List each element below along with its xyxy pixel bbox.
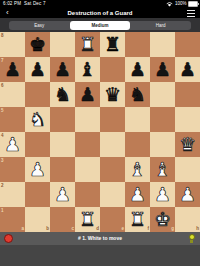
file-label-c: c (71, 226, 74, 231)
piece-black-pawn[interactable]: ♟ (175, 57, 200, 82)
square-d3[interactable] (75, 157, 100, 182)
square-e1[interactable]: e (100, 207, 125, 232)
square-d2[interactable] (75, 182, 100, 207)
square-c8[interactable] (50, 32, 75, 57)
square-b6[interactable] (25, 82, 50, 107)
piece-white-bishop[interactable]: ♝ (125, 157, 150, 182)
square-f7[interactable]: ♟ (125, 57, 150, 82)
square-g5[interactable] (150, 107, 175, 132)
piece-black-pawn[interactable]: ♟ (0, 57, 25, 82)
puzzle-status-bar: # 1. White to move (0, 232, 200, 245)
piece-black-king[interactable]: ♚ (25, 32, 50, 57)
hint-lightbulb-icon[interactable] (188, 234, 195, 244)
square-b5[interactable]: ♞ (25, 107, 50, 132)
square-g8[interactable] (150, 32, 175, 57)
piece-black-knight[interactable]: ♞ (50, 82, 75, 107)
tab-medium[interactable]: Medium (70, 21, 131, 30)
square-a2[interactable]: 2 (0, 182, 25, 207)
square-e7[interactable] (100, 57, 125, 82)
piece-white-rook[interactable]: ♜ (125, 207, 150, 232)
square-f4[interactable] (125, 132, 150, 157)
square-b1[interactable]: b (25, 207, 50, 232)
status-time-date: 6:02 PM Sat Dec 7 (3, 0, 46, 8)
piece-white-king[interactable]: ♚ (150, 207, 175, 232)
square-g4[interactable] (150, 132, 175, 157)
square-f1[interactable]: f♜ (125, 207, 150, 232)
menu-icon[interactable] (187, 10, 195, 17)
chess-board: 8♚♜♜7♟♟♟♝♟♟♟6♞♟♛♞5♞4♟♛3♟♝♝2♟♟♟♟1abcd♜ef♜… (0, 32, 200, 232)
file-label-b: b (46, 226, 49, 231)
square-c1[interactable]: c (50, 207, 75, 232)
status-date: Sat Dec 7 (24, 1, 46, 6)
square-d4[interactable] (75, 132, 100, 157)
rank-label-1: 1 (1, 208, 4, 213)
square-b7[interactable]: ♟ (25, 57, 50, 82)
piece-black-pawn[interactable]: ♟ (75, 82, 100, 107)
square-g1[interactable]: g♚ (150, 207, 175, 232)
square-f5[interactable] (125, 107, 150, 132)
status-bar: 6:02 PM Sat Dec 7 100% (0, 0, 200, 8)
square-d5[interactable] (75, 107, 100, 132)
rank-label-8: 8 (1, 33, 4, 38)
square-c3[interactable] (50, 157, 75, 182)
square-g2[interactable]: ♟ (150, 182, 175, 207)
square-c2[interactable]: ♟ (50, 182, 75, 207)
file-label-h: h (196, 226, 199, 231)
square-f3[interactable]: ♝ (125, 157, 150, 182)
square-c5[interactable] (50, 107, 75, 132)
square-e3[interactable] (100, 157, 125, 182)
square-b8[interactable]: ♚ (25, 32, 50, 57)
difficulty-segmented-control: Easy Medium Hard (9, 21, 191, 30)
piece-black-pawn[interactable]: ♟ (50, 57, 75, 82)
square-a3[interactable]: 3 (0, 157, 25, 182)
square-d1[interactable]: d♜ (75, 207, 100, 232)
square-a8[interactable]: 8 (0, 32, 25, 57)
piece-black-knight[interactable]: ♞ (125, 82, 150, 107)
square-h6[interactable] (175, 82, 200, 107)
square-a7[interactable]: 7♟ (0, 57, 25, 82)
square-e2[interactable] (100, 182, 125, 207)
square-d7[interactable]: ♝ (75, 57, 100, 82)
piece-white-pawn[interactable]: ♟ (25, 157, 50, 182)
piece-white-pawn[interactable]: ♟ (175, 182, 200, 207)
piece-white-bishop[interactable]: ♝ (150, 157, 175, 182)
bottom-fill (0, 245, 200, 266)
tab-easy[interactable]: Easy (9, 21, 70, 30)
file-label-a: a (21, 226, 24, 231)
square-g6[interactable] (150, 82, 175, 107)
square-g7[interactable]: ♟ (150, 57, 175, 82)
square-g3[interactable]: ♝ (150, 157, 175, 182)
status-time: 6:02 PM (3, 1, 21, 6)
piece-white-rook[interactable]: ♜ (75, 32, 100, 57)
piece-white-pawn[interactable]: ♟ (150, 182, 175, 207)
square-b2[interactable] (25, 182, 50, 207)
square-b3[interactable]: ♟ (25, 157, 50, 182)
piece-black-pawn[interactable]: ♟ (125, 57, 150, 82)
piece-black-pawn[interactable]: ♟ (25, 57, 50, 82)
square-f6[interactable]: ♞ (125, 82, 150, 107)
square-h5[interactable] (175, 107, 200, 132)
piece-black-rook[interactable]: ♜ (100, 32, 125, 57)
square-h8[interactable] (175, 32, 200, 57)
square-e4[interactable] (100, 132, 125, 157)
square-h2[interactable]: ♟ (175, 182, 200, 207)
rank-label-3: 3 (1, 158, 4, 163)
piece-white-pawn[interactable]: ♟ (50, 182, 75, 207)
square-e8[interactable]: ♜ (100, 32, 125, 57)
square-f2[interactable]: ♟ (125, 182, 150, 207)
square-h3[interactable] (175, 157, 200, 182)
piece-black-bishop[interactable]: ♝ (75, 57, 100, 82)
square-a1[interactable]: 1a (0, 207, 25, 232)
piece-white-queen[interactable]: ♛ (175, 132, 200, 157)
square-e5[interactable] (100, 107, 125, 132)
piece-white-rook[interactable]: ♜ (75, 207, 100, 232)
battery-icon (188, 1, 198, 7)
piece-white-pawn[interactable]: ♟ (125, 182, 150, 207)
square-f8[interactable] (125, 32, 150, 57)
battery-percent: 100% (175, 0, 187, 8)
piece-black-queen[interactable]: ♛ (100, 82, 125, 107)
tab-hard[interactable]: Hard (130, 21, 191, 30)
difficulty-band: Easy Medium Hard (0, 18, 200, 32)
page-title: Destruction of a Guard (0, 8, 200, 18)
square-c6[interactable]: ♞ (50, 82, 75, 107)
file-label-e: e (121, 226, 124, 231)
top-bar: 6:02 PM Sat Dec 7 100% ‹ Destruction of … (0, 0, 200, 18)
square-c4[interactable] (50, 132, 75, 157)
square-b4[interactable] (25, 132, 50, 157)
square-c7[interactable]: ♟ (50, 57, 75, 82)
piece-white-pawn[interactable]: ♟ (0, 132, 25, 157)
square-h7[interactable]: ♟ (175, 57, 200, 82)
square-a6[interactable]: 6 (0, 82, 25, 107)
piece-white-knight[interactable]: ♞ (25, 107, 50, 132)
square-h1[interactable]: h (175, 207, 200, 232)
wifi-icon (166, 2, 173, 7)
square-h4[interactable]: ♛ (175, 132, 200, 157)
square-a5[interactable]: 5 (0, 107, 25, 132)
square-d6[interactable]: ♟ (75, 82, 100, 107)
nav-bar: ‹ Destruction of a Guard (0, 8, 200, 18)
square-d8[interactable]: ♜ (75, 32, 100, 57)
piece-black-pawn[interactable]: ♟ (150, 57, 175, 82)
rank-label-2: 2 (1, 183, 4, 188)
rank-label-6: 6 (1, 83, 4, 88)
puzzle-caption: # 1. White to move (0, 232, 200, 245)
rank-label-5: 5 (1, 108, 4, 113)
square-e6[interactable]: ♛ (100, 82, 125, 107)
square-a4[interactable]: 4♟ (0, 132, 25, 157)
